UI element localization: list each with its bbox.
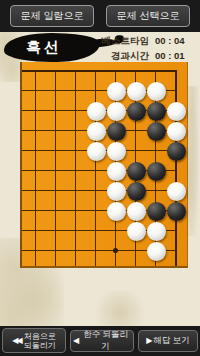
restart-label-line1: 처음으로 (24, 332, 56, 341)
to-problem-list-button[interactable]: 문제 일람으로 (10, 5, 94, 27)
best-time-label: 베스트타임 (102, 35, 150, 48)
restart-button[interactable]: ◀◀ 처음으로 되돌리기 (2, 328, 66, 353)
stone-black (147, 162, 166, 181)
undo-one-move-button[interactable]: ◀ 한수 되돌리기 (70, 330, 134, 352)
bottom-toolbar: ◀◀ 처음으로 되돌리기 ◀ 한수 되돌리기 ▶ 해답 보기 (0, 326, 200, 356)
stone-white (87, 102, 106, 121)
stone-black (127, 102, 146, 121)
stone-white (167, 102, 186, 121)
status-banner: 흑선 베스트타임 00 : 04 경과시간 00 : 01 (0, 32, 200, 62)
play-icon: ▶ (146, 337, 150, 345)
stone-black (147, 202, 166, 221)
stone-white (167, 122, 186, 141)
best-time-value: 00 : 04 (155, 35, 193, 48)
stone-white (107, 162, 126, 181)
stone-white (127, 82, 146, 101)
stone-black (147, 122, 166, 141)
stone-white (147, 82, 166, 101)
grid-line-vertical (35, 70, 36, 266)
grid-line-vertical (95, 70, 96, 266)
show-answer-button[interactable]: ▶ 해답 보기 (138, 330, 198, 352)
stone-white (147, 222, 166, 241)
stone-black (147, 102, 166, 121)
stone-white (87, 122, 106, 141)
star-point (113, 248, 118, 253)
stone-black (167, 142, 186, 161)
stone-black (107, 122, 126, 141)
stone-white (127, 202, 146, 221)
elapsed-time-value: 00 : 01 (155, 50, 193, 63)
stone-white (107, 182, 126, 201)
grid-line-vertical (55, 70, 56, 266)
timer-panel: 베스트타임 00 : 04 경과시간 00 : 01 (102, 35, 194, 63)
stone-white (107, 102, 126, 121)
stone-black (127, 182, 146, 201)
grid-line-vertical (75, 70, 76, 266)
grid-line-horizontal (22, 190, 177, 191)
stone-white (107, 202, 126, 221)
grid-line-horizontal (22, 70, 177, 72)
restart-label-line2: 되돌리기 (24, 341, 56, 350)
to-problem-select-button[interactable]: 문제 선택으로 (106, 5, 190, 27)
undo-one-move-label: 한수 되돌리기 (80, 329, 131, 353)
stone-white (87, 142, 106, 161)
stone-white (107, 142, 126, 161)
app-screen: 문제 일람으로 문제 선택으로 흑선 베스트타임 00 : 04 경과시간 00… (0, 0, 200, 356)
grid-line-vertical (175, 70, 177, 266)
top-toolbar: 문제 일람으로 문제 선택으로 (0, 0, 200, 32)
stone-black (167, 202, 186, 221)
go-board[interactable] (20, 62, 188, 268)
show-answer-label: 해답 보기 (153, 335, 189, 347)
turn-to-play-label: 흑선 (26, 38, 62, 57)
stone-black (127, 162, 146, 181)
step-back-icon: ◀ (73, 337, 77, 345)
skip-to-start-icon: ◀◀ (12, 337, 20, 345)
stone-white (167, 182, 186, 201)
elapsed-time-label: 경과시간 (102, 50, 150, 63)
stone-white (107, 82, 126, 101)
stone-white (127, 222, 146, 241)
stone-white (147, 242, 166, 261)
